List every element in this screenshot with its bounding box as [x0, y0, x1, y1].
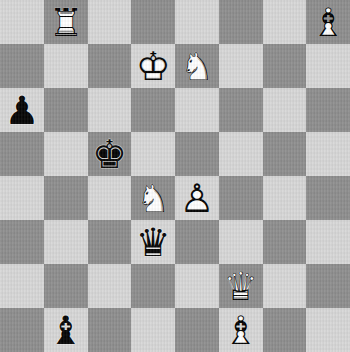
piece-outline-layer: ♘ [131, 176, 175, 220]
square-b7[interactable] [44, 44, 88, 88]
chess-board: ♜♖♝♗♚♔♞♘♟♚♞♘♟♙♛♛♕♝♝♗ [0, 0, 350, 352]
square-c6[interactable] [88, 88, 132, 132]
square-c7[interactable] [88, 44, 132, 88]
piece-outline-layer: ♘ [175, 44, 219, 88]
square-d8[interactable] [131, 0, 175, 44]
square-e2[interactable] [175, 264, 219, 308]
square-g4[interactable] [263, 176, 307, 220]
white-queen-piece: ♛♕ [219, 264, 263, 308]
white-bishop-piece: ♝♗ [219, 308, 263, 352]
square-h3[interactable] [306, 220, 350, 264]
black-pawn-piece: ♟ [0, 88, 44, 132]
piece-outline-layer: ♔ [131, 44, 175, 88]
square-b5[interactable] [44, 132, 88, 176]
white-knight-piece: ♞♘ [131, 176, 175, 220]
square-h4[interactable] [306, 176, 350, 220]
square-a7[interactable] [0, 44, 44, 88]
square-g7[interactable] [263, 44, 307, 88]
piece-outline-layer: ♕ [219, 264, 263, 308]
square-c1[interactable] [88, 308, 132, 352]
square-f4[interactable] [219, 176, 263, 220]
square-f3[interactable] [219, 220, 263, 264]
square-c3[interactable] [88, 220, 132, 264]
square-f2[interactable]: ♛♕ [219, 264, 263, 308]
white-king-piece: ♚♔ [131, 44, 175, 88]
square-f5[interactable] [219, 132, 263, 176]
square-e7[interactable]: ♞♘ [175, 44, 219, 88]
square-d7[interactable]: ♚♔ [131, 44, 175, 88]
square-b8[interactable]: ♜♖ [44, 0, 88, 44]
piece-outline-layer: ♗ [219, 308, 263, 352]
square-d4[interactable]: ♞♘ [131, 176, 175, 220]
white-pawn-piece: ♟♙ [175, 176, 219, 220]
square-h1[interactable] [306, 308, 350, 352]
black-queen-piece: ♛ [131, 220, 175, 264]
square-d3[interactable]: ♛ [131, 220, 175, 264]
square-a5[interactable] [0, 132, 44, 176]
square-b3[interactable] [44, 220, 88, 264]
white-bishop-piece: ♝♗ [306, 0, 350, 44]
black-king-piece: ♚ [88, 132, 132, 176]
square-a8[interactable] [0, 0, 44, 44]
piece-outline-layer: ♖ [44, 0, 88, 44]
square-f8[interactable] [219, 0, 263, 44]
square-b2[interactable] [44, 264, 88, 308]
white-knight-piece: ♞♘ [175, 44, 219, 88]
square-c8[interactable] [88, 0, 132, 44]
square-a3[interactable] [0, 220, 44, 264]
square-b1[interactable]: ♝ [44, 308, 88, 352]
square-e6[interactable] [175, 88, 219, 132]
square-e4[interactable]: ♟♙ [175, 176, 219, 220]
square-e5[interactable] [175, 132, 219, 176]
square-e8[interactable] [175, 0, 219, 44]
square-d5[interactable] [131, 132, 175, 176]
square-e1[interactable] [175, 308, 219, 352]
square-b6[interactable] [44, 88, 88, 132]
square-h2[interactable] [306, 264, 350, 308]
piece-outline-layer: ♗ [306, 0, 350, 44]
square-h7[interactable] [306, 44, 350, 88]
black-bishop-piece: ♝ [44, 308, 88, 352]
square-h6[interactable] [306, 88, 350, 132]
square-d2[interactable] [131, 264, 175, 308]
square-g2[interactable] [263, 264, 307, 308]
piece-outline-layer: ♙ [175, 176, 219, 220]
square-g6[interactable] [263, 88, 307, 132]
square-e3[interactable] [175, 220, 219, 264]
square-h8[interactable]: ♝♗ [306, 0, 350, 44]
square-b4[interactable] [44, 176, 88, 220]
white-rook-piece: ♜♖ [44, 0, 88, 44]
square-c4[interactable] [88, 176, 132, 220]
square-g8[interactable] [263, 0, 307, 44]
square-g1[interactable] [263, 308, 307, 352]
square-a4[interactable] [0, 176, 44, 220]
square-d6[interactable] [131, 88, 175, 132]
square-a2[interactable] [0, 264, 44, 308]
square-d1[interactable] [131, 308, 175, 352]
square-g3[interactable] [263, 220, 307, 264]
square-f7[interactable] [219, 44, 263, 88]
square-f1[interactable]: ♝♗ [219, 308, 263, 352]
square-c5[interactable]: ♚ [88, 132, 132, 176]
square-a1[interactable] [0, 308, 44, 352]
square-h5[interactable] [306, 132, 350, 176]
square-a6[interactable]: ♟ [0, 88, 44, 132]
square-c2[interactable] [88, 264, 132, 308]
square-g5[interactable] [263, 132, 307, 176]
square-f6[interactable] [219, 88, 263, 132]
